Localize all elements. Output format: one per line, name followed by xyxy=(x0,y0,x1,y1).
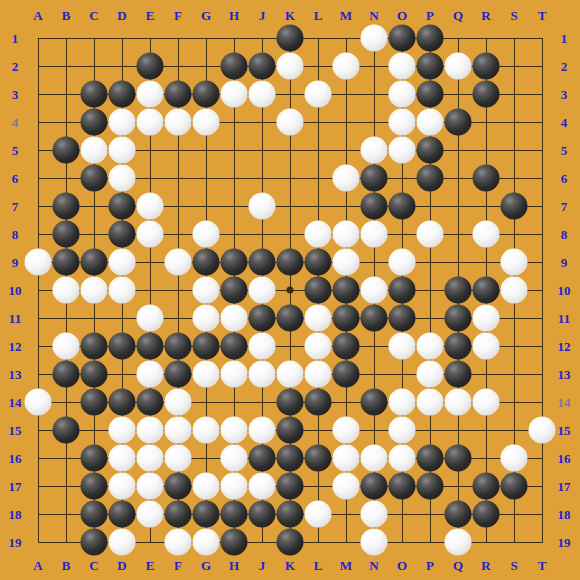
black-stone-N17[interactable] xyxy=(361,473,388,500)
white-stone-H11[interactable] xyxy=(221,305,248,332)
column-label-bottom: Q xyxy=(453,559,463,572)
black-stone-R18[interactable] xyxy=(473,501,500,528)
white-stone-G13[interactable] xyxy=(193,361,220,388)
black-stone-H10[interactable] xyxy=(221,277,248,304)
black-stone-Q12[interactable] xyxy=(445,333,472,360)
black-stone-C6[interactable] xyxy=(81,165,108,192)
grid-line-vertical xyxy=(542,38,543,543)
black-stone-J11[interactable] xyxy=(249,305,276,332)
black-stone-P17[interactable] xyxy=(417,473,444,500)
column-label-top: R xyxy=(481,9,490,22)
white-stone-O5[interactable] xyxy=(389,137,416,164)
black-stone-P1[interactable] xyxy=(417,25,444,52)
white-stone-N19[interactable] xyxy=(361,529,388,556)
black-stone-B9[interactable] xyxy=(53,249,80,276)
column-label-top: P xyxy=(426,9,434,22)
column-label-bottom: E xyxy=(146,559,155,572)
column-label-top: K xyxy=(285,9,295,22)
white-stone-C5[interactable] xyxy=(81,137,108,164)
black-stone-R3[interactable] xyxy=(473,81,500,108)
white-stone-H17[interactable] xyxy=(221,473,248,500)
white-stone-N1[interactable] xyxy=(361,25,388,52)
black-stone-G18[interactable] xyxy=(193,501,220,528)
black-stone-G9[interactable] xyxy=(193,249,220,276)
black-stone-Q11[interactable] xyxy=(445,305,472,332)
white-stone-J12[interactable] xyxy=(249,333,276,360)
column-label-top: H xyxy=(229,9,239,22)
white-stone-D4[interactable] xyxy=(109,109,136,136)
white-stone-G17[interactable] xyxy=(193,473,220,500)
row-label-right: 3 xyxy=(561,88,568,101)
white-stone-H13[interactable] xyxy=(221,361,248,388)
white-stone-L12[interactable] xyxy=(305,333,332,360)
black-stone-Q13[interactable] xyxy=(445,361,472,388)
black-stone-R2[interactable] xyxy=(473,53,500,80)
black-stone-F3[interactable] xyxy=(165,81,192,108)
black-stone-K1[interactable] xyxy=(277,25,304,52)
black-stone-C13[interactable] xyxy=(81,361,108,388)
white-stone-K13[interactable] xyxy=(277,361,304,388)
white-stone-M16[interactable] xyxy=(333,445,360,472)
black-stone-E12[interactable] xyxy=(137,333,164,360)
column-label-top: D xyxy=(117,9,126,22)
white-stone-L8[interactable] xyxy=(305,221,332,248)
white-stone-K4[interactable] xyxy=(277,109,304,136)
row-label-left: 16 xyxy=(9,452,22,465)
column-label-bottom: N xyxy=(369,559,378,572)
black-stone-K17[interactable] xyxy=(277,473,304,500)
black-stone-H18[interactable] xyxy=(221,501,248,528)
black-stone-J16[interactable] xyxy=(249,445,276,472)
white-stone-O9[interactable] xyxy=(389,249,416,276)
black-stone-M10[interactable] xyxy=(333,277,360,304)
white-stone-F19[interactable] xyxy=(165,529,192,556)
column-label-bottom: L xyxy=(314,559,323,572)
row-label-right: 10 xyxy=(558,284,571,297)
white-stone-F14[interactable] xyxy=(165,389,192,416)
black-stone-F12[interactable] xyxy=(165,333,192,360)
row-label-left: 2 xyxy=(12,60,19,73)
row-label-right: 8 xyxy=(561,228,568,241)
black-stone-C16[interactable] xyxy=(81,445,108,472)
black-stone-E14[interactable] xyxy=(137,389,164,416)
white-stone-Q2[interactable] xyxy=(445,53,472,80)
white-stone-H15[interactable] xyxy=(221,417,248,444)
column-label-top: F xyxy=(174,9,182,22)
column-label-bottom: O xyxy=(397,559,407,572)
column-label-bottom: K xyxy=(285,559,295,572)
black-stone-J18[interactable] xyxy=(249,501,276,528)
black-stone-G3[interactable] xyxy=(193,81,220,108)
white-stone-F15[interactable] xyxy=(165,417,192,444)
white-stone-R11[interactable] xyxy=(473,305,500,332)
black-stone-Q18[interactable] xyxy=(445,501,472,528)
row-label-left: 5 xyxy=(12,144,19,157)
black-stone-P16[interactable] xyxy=(417,445,444,472)
black-stone-K18[interactable] xyxy=(277,501,304,528)
row-label-right: 4 xyxy=(561,116,568,129)
black-stone-N7[interactable] xyxy=(361,193,388,220)
go-board-screenshot: AABBCCDDEEFFGGHHJJKKLLMMNNOOPPQQRRSSTT11… xyxy=(0,0,580,580)
row-label-right: 15 xyxy=(558,424,571,437)
column-label-bottom: H xyxy=(229,559,239,572)
white-stone-F16[interactable] xyxy=(165,445,192,472)
row-label-left: 11 xyxy=(9,312,21,325)
row-label-left: 4 xyxy=(12,116,19,129)
white-stone-D19[interactable] xyxy=(109,529,136,556)
row-label-left: 19 xyxy=(9,536,22,549)
column-label-bottom: D xyxy=(117,559,126,572)
black-stone-B13[interactable] xyxy=(53,361,80,388)
column-label-top: O xyxy=(397,9,407,22)
column-label-top: A xyxy=(33,9,42,22)
white-stone-E13[interactable] xyxy=(137,361,164,388)
black-stone-C4[interactable] xyxy=(81,109,108,136)
white-stone-N5[interactable] xyxy=(361,137,388,164)
white-stone-F4[interactable] xyxy=(165,109,192,136)
black-stone-P2[interactable] xyxy=(417,53,444,80)
white-stone-E11[interactable] xyxy=(137,305,164,332)
row-label-left: 8 xyxy=(12,228,19,241)
row-label-right: 19 xyxy=(558,536,571,549)
white-stone-J17[interactable] xyxy=(249,473,276,500)
row-label-left: 14 xyxy=(9,396,22,409)
black-stone-B7[interactable] xyxy=(53,193,80,220)
white-stone-K2[interactable] xyxy=(277,53,304,80)
black-stone-N11[interactable] xyxy=(361,305,388,332)
row-label-left: 9 xyxy=(12,256,19,269)
black-stone-L14[interactable] xyxy=(305,389,332,416)
white-stone-M8[interactable] xyxy=(333,221,360,248)
white-stone-C10[interactable] xyxy=(81,277,108,304)
white-stone-G8[interactable] xyxy=(193,221,220,248)
black-stone-C17[interactable] xyxy=(81,473,108,500)
black-stone-O1[interactable] xyxy=(389,25,416,52)
white-stone-E18[interactable] xyxy=(137,501,164,528)
black-stone-D7[interactable] xyxy=(109,193,136,220)
white-stone-G10[interactable] xyxy=(193,277,220,304)
column-label-bottom: C xyxy=(89,559,98,572)
white-stone-O14[interactable] xyxy=(389,389,416,416)
white-stone-D5[interactable] xyxy=(109,137,136,164)
black-stone-M13[interactable] xyxy=(333,361,360,388)
black-stone-L16[interactable] xyxy=(305,445,332,472)
white-stone-Q19[interactable] xyxy=(445,529,472,556)
black-stone-P3[interactable] xyxy=(417,81,444,108)
white-stone-H3[interactable] xyxy=(221,81,248,108)
row-label-right: 1 xyxy=(561,32,568,45)
black-stone-C12[interactable] xyxy=(81,333,108,360)
black-stone-H12[interactable] xyxy=(221,333,248,360)
column-label-top: S xyxy=(510,9,517,22)
white-stone-M9[interactable] xyxy=(333,249,360,276)
column-label-top: C xyxy=(89,9,98,22)
row-label-right: 13 xyxy=(558,368,571,381)
column-label-top: M xyxy=(340,9,352,22)
black-stone-C14[interactable] xyxy=(81,389,108,416)
white-stone-E4[interactable] xyxy=(137,109,164,136)
black-stone-H2[interactable] xyxy=(221,53,248,80)
white-stone-J3[interactable] xyxy=(249,81,276,108)
white-stone-D15[interactable] xyxy=(109,417,136,444)
black-stone-Q10[interactable] xyxy=(445,277,472,304)
black-stone-C9[interactable] xyxy=(81,249,108,276)
black-stone-O10[interactable] xyxy=(389,277,416,304)
black-stone-K19[interactable] xyxy=(277,529,304,556)
white-stone-L13[interactable] xyxy=(305,361,332,388)
white-stone-E17[interactable] xyxy=(137,473,164,500)
black-stone-F17[interactable] xyxy=(165,473,192,500)
row-label-left: 1 xyxy=(12,32,19,45)
white-stone-N16[interactable] xyxy=(361,445,388,472)
black-stone-L9[interactable] xyxy=(305,249,332,276)
column-label-top: G xyxy=(201,9,211,22)
black-stone-R6[interactable] xyxy=(473,165,500,192)
white-stone-N18[interactable] xyxy=(361,501,388,528)
black-stone-S7[interactable] xyxy=(501,193,528,220)
white-stone-D10[interactable] xyxy=(109,277,136,304)
black-stone-B5[interactable] xyxy=(53,137,80,164)
black-stone-R10[interactable] xyxy=(473,277,500,304)
row-label-right: 14 xyxy=(558,396,571,409)
row-label-left: 13 xyxy=(9,368,22,381)
black-stone-O11[interactable] xyxy=(389,305,416,332)
white-stone-B10[interactable] xyxy=(53,277,80,304)
black-stone-H19[interactable] xyxy=(221,529,248,556)
black-stone-E2[interactable] xyxy=(137,53,164,80)
white-stone-P4[interactable] xyxy=(417,109,444,136)
black-stone-D12[interactable] xyxy=(109,333,136,360)
white-stone-E7[interactable] xyxy=(137,193,164,220)
black-stone-D18[interactable] xyxy=(109,501,136,528)
column-label-bottom: P xyxy=(426,559,434,572)
row-label-left: 12 xyxy=(9,340,22,353)
white-stone-R12[interactable] xyxy=(473,333,500,360)
black-stone-B15[interactable] xyxy=(53,417,80,444)
white-stone-R8[interactable] xyxy=(473,221,500,248)
white-stone-D17[interactable] xyxy=(109,473,136,500)
black-stone-J9[interactable] xyxy=(249,249,276,276)
white-stone-L11[interactable] xyxy=(305,305,332,332)
black-stone-M12[interactable] xyxy=(333,333,360,360)
white-stone-E3[interactable] xyxy=(137,81,164,108)
white-stone-A14[interactable] xyxy=(25,389,52,416)
white-stone-M6[interactable] xyxy=(333,165,360,192)
black-stone-Q16[interactable] xyxy=(445,445,472,472)
black-stone-N6[interactable] xyxy=(361,165,388,192)
black-stone-D3[interactable] xyxy=(109,81,136,108)
white-stone-E16[interactable] xyxy=(137,445,164,472)
black-stone-N14[interactable] xyxy=(361,389,388,416)
column-label-bottom: F xyxy=(174,559,182,572)
row-label-left: 17 xyxy=(9,480,22,493)
row-label-right: 6 xyxy=(561,172,568,185)
white-stone-M15[interactable] xyxy=(333,417,360,444)
row-label-right: 18 xyxy=(558,508,571,521)
white-stone-D6[interactable] xyxy=(109,165,136,192)
black-stone-M11[interactable] xyxy=(333,305,360,332)
row-label-left: 10 xyxy=(9,284,22,297)
white-stone-H16[interactable] xyxy=(221,445,248,472)
column-label-bottom: G xyxy=(201,559,211,572)
white-stone-O12[interactable] xyxy=(389,333,416,360)
row-label-right: 12 xyxy=(558,340,571,353)
black-stone-P6[interactable] xyxy=(417,165,444,192)
black-stone-C3[interactable] xyxy=(81,81,108,108)
white-stone-J13[interactable] xyxy=(249,361,276,388)
black-stone-O7[interactable] xyxy=(389,193,416,220)
white-stone-A9[interactable] xyxy=(25,249,52,276)
white-stone-E15[interactable] xyxy=(137,417,164,444)
column-label-bottom: A xyxy=(33,559,42,572)
white-stone-G4[interactable] xyxy=(193,109,220,136)
column-label-top: L xyxy=(314,9,323,22)
white-stone-P12[interactable] xyxy=(417,333,444,360)
column-label-top: T xyxy=(538,9,547,22)
black-stone-P5[interactable] xyxy=(417,137,444,164)
white-stone-S9[interactable] xyxy=(501,249,528,276)
black-stone-K11[interactable] xyxy=(277,305,304,332)
black-stone-K16[interactable] xyxy=(277,445,304,472)
black-stone-O17[interactable] xyxy=(389,473,416,500)
row-label-left: 3 xyxy=(12,88,19,101)
white-stone-J15[interactable] xyxy=(249,417,276,444)
row-label-right: 9 xyxy=(561,256,568,269)
white-stone-B12[interactable] xyxy=(53,333,80,360)
white-stone-J7[interactable] xyxy=(249,193,276,220)
white-stone-P8[interactable] xyxy=(417,221,444,248)
white-stone-L18[interactable] xyxy=(305,501,332,528)
white-stone-J10[interactable] xyxy=(249,277,276,304)
column-label-bottom: S xyxy=(510,559,517,572)
row-label-left: 18 xyxy=(9,508,22,521)
white-stone-O4[interactable] xyxy=(389,109,416,136)
white-stone-F9[interactable] xyxy=(165,249,192,276)
white-stone-E8[interactable] xyxy=(137,221,164,248)
white-stone-L3[interactable] xyxy=(305,81,332,108)
black-stone-C19[interactable] xyxy=(81,529,108,556)
row-label-right: 17 xyxy=(558,480,571,493)
column-label-top: B xyxy=(62,9,71,22)
white-stone-O15[interactable] xyxy=(389,417,416,444)
black-stone-F18[interactable] xyxy=(165,501,192,528)
column-label-top: Q xyxy=(453,9,463,22)
row-label-left: 7 xyxy=(12,200,19,213)
black-stone-J2[interactable] xyxy=(249,53,276,80)
white-stone-M2[interactable] xyxy=(333,53,360,80)
white-stone-D16[interactable] xyxy=(109,445,136,472)
black-stone-H9[interactable] xyxy=(221,249,248,276)
row-label-right: 7 xyxy=(561,200,568,213)
column-label-top: N xyxy=(369,9,378,22)
white-stone-Q14[interactable] xyxy=(445,389,472,416)
column-label-top: J xyxy=(259,9,266,22)
white-stone-O16[interactable] xyxy=(389,445,416,472)
white-stone-O3[interactable] xyxy=(389,81,416,108)
tengen-dot xyxy=(287,287,294,294)
column-label-bottom: R xyxy=(481,559,490,572)
black-stone-R17[interactable] xyxy=(473,473,500,500)
white-stone-N8[interactable] xyxy=(361,221,388,248)
white-stone-G11[interactable] xyxy=(193,305,220,332)
column-label-bottom: T xyxy=(538,559,547,572)
black-stone-G12[interactable] xyxy=(193,333,220,360)
white-stone-G15[interactable] xyxy=(193,417,220,444)
black-stone-D14[interactable] xyxy=(109,389,136,416)
white-stone-S10[interactable] xyxy=(501,277,528,304)
black-stone-L10[interactable] xyxy=(305,277,332,304)
black-stone-K14[interactable] xyxy=(277,389,304,416)
black-stone-F13[interactable] xyxy=(165,361,192,388)
black-stone-C18[interactable] xyxy=(81,501,108,528)
row-label-left: 15 xyxy=(9,424,22,437)
row-label-right: 11 xyxy=(558,312,570,325)
column-label-bottom: J xyxy=(259,559,266,572)
black-stone-K15[interactable] xyxy=(277,417,304,444)
black-stone-D8[interactable] xyxy=(109,221,136,248)
row-label-right: 2 xyxy=(561,60,568,73)
white-stone-P14[interactable] xyxy=(417,389,444,416)
column-label-top: E xyxy=(146,9,155,22)
black-stone-B8[interactable] xyxy=(53,221,80,248)
white-stone-S16[interactable] xyxy=(501,445,528,472)
black-stone-S17[interactable] xyxy=(501,473,528,500)
white-stone-M17[interactable] xyxy=(333,473,360,500)
row-label-right: 16 xyxy=(558,452,571,465)
white-stone-O2[interactable] xyxy=(389,53,416,80)
white-stone-D9[interactable] xyxy=(109,249,136,276)
black-stone-Q4[interactable] xyxy=(445,109,472,136)
row-label-right: 5 xyxy=(561,144,568,157)
white-stone-P13[interactable] xyxy=(417,361,444,388)
column-label-bottom: M xyxy=(340,559,352,572)
row-label-left: 6 xyxy=(12,172,19,185)
white-stone-N10[interactable] xyxy=(361,277,388,304)
black-stone-K9[interactable] xyxy=(277,249,304,276)
white-stone-R14[interactable] xyxy=(473,389,500,416)
column-label-bottom: B xyxy=(62,559,71,572)
white-stone-G19[interactable] xyxy=(193,529,220,556)
white-stone-T15[interactable] xyxy=(529,417,556,444)
